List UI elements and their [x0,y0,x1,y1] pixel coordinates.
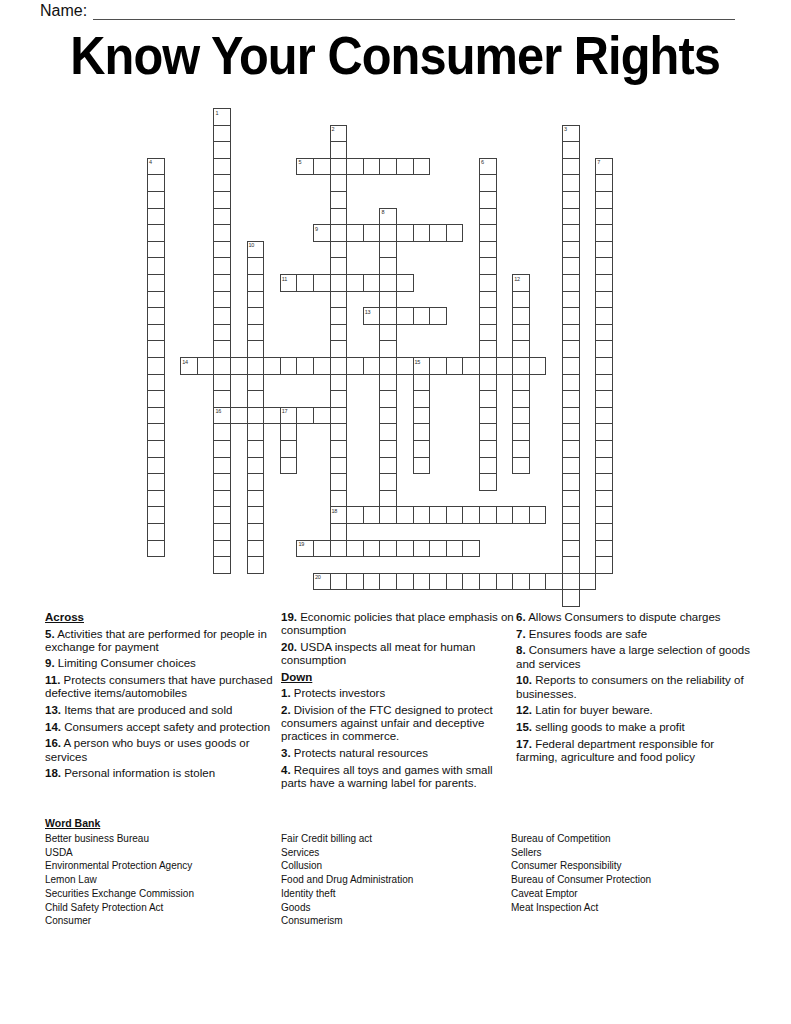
grid-cell-r20c22[interactable] [512,440,530,458]
grid-cell-r24c19[interactable] [462,506,480,524]
grid-cell-r1c11[interactable]: 2 [330,125,348,143]
grid-cell-r2c25[interactable] [562,141,580,159]
grid-cell-r27c4[interactable] [213,556,231,574]
grid-cell-r14c20[interactable] [479,340,497,358]
grid-cell-r9c4[interactable] [213,257,231,275]
grid-cell-r13c14[interactable] [379,324,397,342]
grid-cell-r14c14[interactable] [379,340,397,358]
grid-cell-r7c10[interactable]: 9 [313,224,331,242]
grid-cell-r16c4[interactable] [213,374,231,392]
grid-cell-r13c11[interactable] [330,324,348,342]
grid-cell-r15c20[interactable] [479,357,497,375]
grid-cell-r26c10[interactable] [313,540,331,558]
grid-cell-r26c11[interactable] [330,540,348,558]
grid-cell-r23c27[interactable] [595,490,613,508]
grid-cell-r7c14[interactable] [379,224,397,242]
grid-cell-r21c20[interactable] [479,457,497,475]
grid-cell-r25c11[interactable] [330,523,348,541]
grid-cell-r16c20[interactable] [479,374,497,392]
grid-cell-r4c0[interactable] [147,174,165,192]
grid-cell-r11c22[interactable] [512,291,530,309]
grid-cell-r22c14[interactable] [379,473,397,491]
grid-cell-r21c4[interactable] [213,457,231,475]
grid-cell-r8c4[interactable] [213,241,231,259]
grid-cell-r16c6[interactable] [247,374,265,392]
grid-cell-r7c4[interactable] [213,224,231,242]
grid-cell-r17c0[interactable] [147,390,165,408]
grid-cell-r7c12[interactable] [346,224,364,242]
grid-cell-r26c0[interactable] [147,540,165,558]
grid-cell-r10c20[interactable] [479,274,497,292]
grid-cell-r21c11[interactable] [330,457,348,475]
grid-cell-r18c25[interactable] [562,407,580,425]
grid-cell-r24c23[interactable] [529,506,547,524]
grid-cell-r2c4[interactable] [213,141,231,159]
grid-cell-r3c9[interactable]: 5 [296,158,314,176]
grid-cell-r10c14[interactable] [379,274,397,292]
grid-cell-r0c4[interactable]: 1 [213,108,231,126]
grid-cell-r16c22[interactable] [512,374,530,392]
grid-cell-r22c6[interactable] [247,473,265,491]
grid-cell-r15c2[interactable]: 14 [180,357,198,375]
grid-cell-r3c4[interactable] [213,158,231,176]
grid-cell-r28c24[interactable] [545,573,563,591]
grid-cell-r9c6[interactable] [247,257,265,275]
grid-cell-r25c27[interactable] [595,523,613,541]
grid-cell-r3c11[interactable] [330,158,348,176]
cell-number-16: 16 [215,408,221,414]
grid-cell-r15c23[interactable] [529,357,547,375]
grid-cell-r14c27[interactable] [595,340,613,358]
grid-cell-r6c0[interactable] [147,208,165,226]
grid-cell-r12c4[interactable] [213,307,231,325]
grid-cell-r28c26[interactable] [579,573,597,591]
grid-cell-r27c25[interactable] [562,556,580,574]
grid-cell-r11c14[interactable] [379,291,397,309]
grid-cell-r1c4[interactable] [213,125,231,143]
grid-cell-r15c7[interactable] [263,357,281,375]
grid-cell-r12c14[interactable] [379,307,397,325]
grid-cell-r11c0[interactable] [147,291,165,309]
grid-cell-r24c4[interactable] [213,506,231,524]
grid-cell-r15c27[interactable] [595,357,613,375]
grid-cell-r13c20[interactable] [479,324,497,342]
grid-cell-r25c4[interactable] [213,523,231,541]
grid-cell-r17c16[interactable] [413,390,431,408]
grid-cell-r20c11[interactable] [330,440,348,458]
grid-cell-r12c27[interactable] [595,307,613,325]
grid-cell-r5c25[interactable] [562,191,580,209]
grid-cell-r24c11[interactable]: 18 [330,506,348,524]
grid-cell-r20c16[interactable] [413,440,431,458]
grid-cell-r22c27[interactable] [595,473,613,491]
grid-cell-r15c22[interactable] [512,357,530,375]
grid-cell-r6c4[interactable] [213,208,231,226]
grid-cell-r21c25[interactable] [562,457,580,475]
grid-cell-r19c11[interactable] [330,423,348,441]
grid-cell-r15c0[interactable] [147,357,165,375]
grid-cell-r19c25[interactable] [562,423,580,441]
grid-cell-r20c25[interactable] [562,440,580,458]
grid-cell-r25c0[interactable] [147,523,165,541]
grid-cell-r7c11[interactable] [330,224,348,242]
grid-cell-r12c15[interactable] [396,307,414,325]
grid-cell-r25c25[interactable] [562,523,580,541]
grid-cell-r24c20[interactable] [479,506,497,524]
grid-cell-r15c13[interactable] [363,357,381,375]
grid-cell-r24c27[interactable] [595,506,613,524]
grid-cell-r18c7[interactable] [263,407,281,425]
grid-cell-r24c18[interactable] [446,506,464,524]
grid-cell-r3c25[interactable] [562,158,580,176]
grid-cell-r28c18[interactable] [446,573,464,591]
grid-cell-r2c11[interactable] [330,141,348,159]
grid-cell-r18c27[interactable] [595,407,613,425]
grid-cell-r3c20[interactable]: 6 [479,158,497,176]
grid-cell-r10c0[interactable] [147,274,165,292]
grid-cell-r20c8[interactable] [280,440,298,458]
grid-cell-r10c4[interactable] [213,274,231,292]
grid-cell-r13c27[interactable] [595,324,613,342]
grid-cell-r6c27[interactable] [595,208,613,226]
grid-cell-r17c22[interactable] [512,390,530,408]
grid-cell-r24c21[interactable] [496,506,514,524]
grid-cell-r19c20[interactable] [479,423,497,441]
grid-cell-r26c13[interactable] [363,540,381,558]
grid-cell-r15c16[interactable]: 15 [413,357,431,375]
grid-cell-r14c6[interactable] [247,340,265,358]
grid-cell-r5c20[interactable] [479,191,497,209]
grid-cell-r10c10[interactable] [313,274,331,292]
word-bank-item: USDA [45,846,280,860]
grid-cell-r26c4[interactable] [213,540,231,558]
grid-cell-r25c6[interactable] [247,523,265,541]
grid-cell-r15c15[interactable] [396,357,414,375]
grid-cell-r12c0[interactable] [147,307,165,325]
grid-cell-r15c3[interactable] [197,357,215,375]
grid-cell-r26c14[interactable] [379,540,397,558]
word-bank-item: Bureau of Competition [511,832,746,846]
grid-cell-r28c10[interactable]: 20 [313,573,331,591]
grid-cell-r26c19[interactable] [462,540,480,558]
grid-cell-r12c16[interactable] [413,307,431,325]
grid-cell-r29c25[interactable] [562,589,580,607]
grid-cell-r28c21[interactable] [496,573,514,591]
grid-cell-r1c25[interactable]: 3 [562,125,580,143]
grid-cell-r18c11[interactable] [330,407,348,425]
grid-cell-r26c17[interactable] [429,540,447,558]
grid-cell-r15c5[interactable] [230,357,248,375]
grid-cell-r3c14[interactable] [379,158,397,176]
grid-cell-r15c14[interactable] [379,357,397,375]
grid-cell-r3c16[interactable] [413,158,431,176]
grid-cell-r3c27[interactable]: 7 [595,158,613,176]
grid-cell-r21c8[interactable] [280,457,298,475]
grid-cell-r28c25[interactable] [562,573,580,591]
grid-cell-r27c27[interactable] [595,556,613,574]
grid-cell-r24c25[interactable] [562,506,580,524]
grid-cell-r20c0[interactable] [147,440,165,458]
grid-cell-r22c20[interactable] [479,473,497,491]
grid-cell-r17c6[interactable] [247,390,265,408]
grid-cell-r9c14[interactable] [379,257,397,275]
grid-cell-r26c9[interactable]: 19 [296,540,314,558]
grid-cell-r12c17[interactable] [429,307,447,325]
grid-cell-r5c11[interactable] [330,191,348,209]
grid-cell-r18c8[interactable]: 17 [280,407,298,425]
grid-cell-r23c4[interactable] [213,490,231,508]
grid-cell-r24c22[interactable] [512,506,530,524]
grid-cell-r23c6[interactable] [247,490,265,508]
grid-cell-r14c25[interactable] [562,340,580,358]
grid-cell-r9c27[interactable] [595,257,613,275]
grid-cell-r28c22[interactable] [512,573,530,591]
grid-cell-r24c16[interactable] [413,506,431,524]
grid-cell-r15c4[interactable] [213,357,231,375]
grid-cell-r18c16[interactable] [413,407,431,425]
grid-cell-r15c17[interactable] [429,357,447,375]
grid-cell-r17c25[interactable] [562,390,580,408]
grid-cell-r10c9[interactable] [296,274,314,292]
grid-cell-r23c14[interactable] [379,490,397,508]
grid-cell-r24c6[interactable] [247,506,265,524]
grid-cell-r21c22[interactable] [512,457,530,475]
grid-cell-r21c16[interactable] [413,457,431,475]
grid-cell-r15c8[interactable] [280,357,298,375]
grid-cell-r20c27[interactable] [595,440,613,458]
grid-cell-r10c15[interactable] [396,274,414,292]
grid-cell-r23c11[interactable] [330,490,348,508]
grid-cell-r21c6[interactable] [247,457,265,475]
grid-cell-r7c15[interactable] [396,224,414,242]
grid-cell-r14c0[interactable] [147,340,165,358]
grid-cell-r11c20[interactable] [479,291,497,309]
grid-cell-r11c27[interactable] [595,291,613,309]
grid-cell-r28c15[interactable] [396,573,414,591]
grid-cell-r10c25[interactable] [562,274,580,292]
grid-cell-r28c12[interactable] [346,573,364,591]
grid-cell-r21c14[interactable] [379,457,397,475]
grid-cell-r20c4[interactable] [213,440,231,458]
name-fill-line[interactable] [93,4,735,20]
grid-cell-r4c4[interactable] [213,174,231,192]
grid-cell-r18c0[interactable] [147,407,165,425]
grid-cell-r7c25[interactable] [562,224,580,242]
grid-cell-r12c11[interactable] [330,307,348,325]
grid-cell-r8c11[interactable] [330,241,348,259]
grid-cell-r13c6[interactable] [247,324,265,342]
grid-cell-r17c27[interactable] [595,390,613,408]
grid-cell-r26c16[interactable] [413,540,431,558]
grid-cell-r27c6[interactable] [247,556,265,574]
grid-cell-r11c4[interactable] [213,291,231,309]
grid-cell-r7c20[interactable] [479,224,497,242]
grid-cell-r8c6[interactable]: 10 [247,241,265,259]
grid-cell-r3c15[interactable] [396,158,414,176]
grid-cell-r12c20[interactable] [479,307,497,325]
grid-cell-r18c20[interactable] [479,407,497,425]
grid-cell-r21c27[interactable] [595,457,613,475]
grid-cell-r10c12[interactable] [346,274,364,292]
grid-cell-r5c4[interactable] [213,191,231,209]
grid-cell-r9c11[interactable] [330,257,348,275]
grid-cell-r19c0[interactable] [147,423,165,441]
grid-cell-r23c25[interactable] [562,490,580,508]
grid-cell-r6c11[interactable] [330,208,348,226]
grid-cell-r22c0[interactable] [147,473,165,491]
grid-cell-r12c22[interactable] [512,307,530,325]
grid-cell-r24c12[interactable] [346,506,364,524]
grid-cell-r12c6[interactable] [247,307,265,325]
grid-cell-r19c8[interactable] [280,423,298,441]
grid-cell-r20c20[interactable] [479,440,497,458]
grid-cell-r9c20[interactable] [479,257,497,275]
grid-cell-r5c0[interactable] [147,191,165,209]
grid-cell-r15c12[interactable] [346,357,364,375]
grid-cell-r8c14[interactable] [379,241,397,259]
grid-cell-r26c27[interactable] [595,540,613,558]
grid-cell-r28c17[interactable] [429,573,447,591]
grid-cell-r22c11[interactable] [330,473,348,491]
grid-cell-r16c27[interactable] [595,374,613,392]
grid-cell-r12c25[interactable] [562,307,580,325]
cell-number-17: 17 [282,408,288,414]
grid-cell-r10c11[interactable] [330,274,348,292]
grid-cell-r18c10[interactable] [313,407,331,425]
grid-cell-r18c6[interactable] [247,407,265,425]
grid-cell-r3c12[interactable] [346,158,364,176]
grid-cell-r16c14[interactable] [379,374,397,392]
grid-cell-r21c0[interactable] [147,457,165,475]
grid-cell-r6c20[interactable] [479,208,497,226]
grid-cell-r10c6[interactable] [247,274,265,292]
grid-cell-r18c5[interactable] [230,407,248,425]
grid-cell-r10c8[interactable]: 11 [280,274,298,292]
grid-cell-r7c17[interactable] [429,224,447,242]
grid-cell-r3c13[interactable] [363,158,381,176]
grid-cell-r17c11[interactable] [330,390,348,408]
grid-cell-r3c0[interactable]: 4 [147,158,165,176]
grid-cell-r20c6[interactable] [247,440,265,458]
grid-cell-r9c0[interactable] [147,257,165,275]
grid-cell-r24c17[interactable] [429,506,447,524]
grid-cell-r16c0[interactable] [147,374,165,392]
grid-cell-r14c4[interactable] [213,340,231,358]
grid-cell-r19c14[interactable] [379,423,397,441]
grid-cell-r7c0[interactable] [147,224,165,242]
grid-cell-r19c16[interactable] [413,423,431,441]
grid-cell-r15c10[interactable] [313,357,331,375]
grid-cell-r8c20[interactable] [479,241,497,259]
grid-cell-r11c25[interactable] [562,291,580,309]
grid-cell-r18c4[interactable]: 16 [213,407,231,425]
grid-cell-r19c27[interactable] [595,423,613,441]
grid-cell-r9c25[interactable] [562,257,580,275]
grid-cell-r5c27[interactable] [595,191,613,209]
grid-cell-r23c0[interactable] [147,490,165,508]
grid-cell-r17c4[interactable] [213,390,231,408]
grid-cell-r13c22[interactable] [512,324,530,342]
grid-cell-r8c27[interactable] [595,241,613,259]
grid-cell-r24c13[interactable] [363,506,381,524]
grid-cell-r17c14[interactable] [379,390,397,408]
grid-cell-r15c6[interactable] [247,357,265,375]
grid-cell-r16c25[interactable] [562,374,580,392]
grid-cell-r10c27[interactable] [595,274,613,292]
grid-cell-r18c14[interactable] [379,407,397,425]
grid-cell-r24c15[interactable] [396,506,414,524]
grid-cell-r16c11[interactable] [330,374,348,392]
grid-cell-r4c20[interactable] [479,174,497,192]
grid-cell-r6c25[interactable] [562,208,580,226]
grid-cell-r18c9[interactable] [296,407,314,425]
grid-cell-r13c25[interactable] [562,324,580,342]
grid-cell-r19c4[interactable] [213,423,231,441]
grid-cell-r11c6[interactable] [247,291,265,309]
grid-cell-r3c10[interactable] [313,158,331,176]
grid-cell-r6c14[interactable]: 8 [379,208,397,226]
grid-cell-r14c22[interactable] [512,340,530,358]
grid-cell-r20c14[interactable] [379,440,397,458]
grid-cell-r22c4[interactable] [213,473,231,491]
grid-cell-r18c22[interactable] [512,407,530,425]
grid-cell-r15c18[interactable] [446,357,464,375]
grid-cell-r26c15[interactable] [396,540,414,558]
grid-cell-r24c0[interactable] [147,506,165,524]
grid-cell-r7c13[interactable] [363,224,381,242]
grid-cell-r26c6[interactable] [247,540,265,558]
grid-cell-r13c0[interactable] [147,324,165,342]
grid-cell-r4c11[interactable] [330,174,348,192]
grid-cell-r15c21[interactable] [496,357,514,375]
grid-cell-r15c11[interactable] [330,357,348,375]
grid-cell-r13c4[interactable] [213,324,231,342]
grid-cell-r24c14[interactable] [379,506,397,524]
grid-cell-r28c16[interactable] [413,573,431,591]
grid-cell-r15c19[interactable] [462,357,480,375]
grid-cell-r10c22[interactable]: 12 [512,274,530,292]
grid-cell-r4c27[interactable] [595,174,613,192]
grid-cell-r14c11[interactable] [330,340,348,358]
grid-cell-r12c13[interactable]: 13 [363,307,381,325]
grid-cell-r26c25[interactable] [562,540,580,558]
grid-cell-r15c25[interactable] [562,357,580,375]
grid-cell-r7c27[interactable] [595,224,613,242]
grid-cell-r11c11[interactable] [330,291,348,309]
grid-cell-r8c0[interactable] [147,241,165,259]
grid-cell-r8c25[interactable] [562,241,580,259]
grid-cell-r28c23[interactable] [529,573,547,591]
clue-down-17: 17. Federal department responsible for f… [516,738,756,764]
grid-cell-r28c11[interactable] [330,573,348,591]
grid-cell-r10c13[interactable] [363,274,381,292]
grid-cell-r15c9[interactable] [296,357,314,375]
grid-cell-r28c13[interactable] [363,573,381,591]
grid-cell-r26c18[interactable] [446,540,464,558]
grid-cell-r28c14[interactable] [379,573,397,591]
grid-cell-r28c19[interactable] [462,573,480,591]
grid-cell-r7c18[interactable] [446,224,464,242]
grid-cell-r22c25[interactable] [562,473,580,491]
grid-cell-r19c22[interactable] [512,423,530,441]
grid-cell-r28c20[interactable] [479,573,497,591]
grid-cell-r19c6[interactable] [247,423,265,441]
grid-cell-r26c12[interactable] [346,540,364,558]
grid-cell-r17c20[interactable] [479,390,497,408]
grid-cell-r7c16[interactable] [413,224,431,242]
grid-cell-r16c16[interactable] [413,374,431,392]
grid-cell-r4c25[interactable] [562,174,580,192]
